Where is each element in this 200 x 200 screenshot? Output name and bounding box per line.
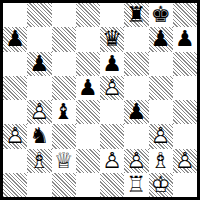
square-h3[interactable] xyxy=(173,124,197,148)
square-a8[interactable] xyxy=(3,3,27,27)
square-c8[interactable] xyxy=(52,3,76,27)
black-pawn[interactable]: ♟ xyxy=(27,52,51,76)
square-g2[interactable]: ♝♗ xyxy=(149,149,173,173)
square-h6[interactable] xyxy=(173,52,197,76)
square-d8[interactable] xyxy=(76,3,100,27)
chess-board-frame: ♜♚♟♛♟♟♟♟♟♟♙♟♙♝♟♟♙♞♟♙♝♗♛♕♟♙♟♙♝♗♟♙♜♖♚♔ xyxy=(0,0,200,200)
black-bishop[interactable]: ♝ xyxy=(52,100,76,124)
square-g1[interactable]: ♚♔ xyxy=(149,173,173,197)
square-f4[interactable]: ♟ xyxy=(124,100,148,124)
square-h5[interactable] xyxy=(173,76,197,100)
square-c3[interactable] xyxy=(52,124,76,148)
square-a6[interactable] xyxy=(3,52,27,76)
square-h4[interactable] xyxy=(173,100,197,124)
square-f5[interactable] xyxy=(124,76,148,100)
square-g6[interactable] xyxy=(149,52,173,76)
white-pawn[interactable]: ♟♙ xyxy=(100,76,124,100)
square-d5[interactable]: ♟ xyxy=(76,76,100,100)
black-king[interactable]: ♚ xyxy=(149,3,173,27)
white-king[interactable]: ♚♔ xyxy=(149,173,173,197)
chess-board: ♜♚♟♛♟♟♟♟♟♟♙♟♙♝♟♟♙♞♟♙♝♗♛♕♟♙♟♙♝♗♟♙♜♖♚♔ xyxy=(3,3,197,197)
square-a1[interactable] xyxy=(3,173,27,197)
square-c7[interactable] xyxy=(52,27,76,51)
square-d1[interactable] xyxy=(76,173,100,197)
square-e2[interactable]: ♟♙ xyxy=(100,149,124,173)
white-bishop[interactable]: ♝♗ xyxy=(27,149,51,173)
square-g3[interactable]: ♟♙ xyxy=(149,124,173,148)
square-c5[interactable] xyxy=(52,76,76,100)
square-e8[interactable] xyxy=(100,3,124,27)
black-pawn[interactable]: ♟ xyxy=(76,76,100,100)
square-e6[interactable]: ♟ xyxy=(100,52,124,76)
white-pawn[interactable]: ♟♙ xyxy=(27,100,51,124)
square-c4[interactable]: ♝ xyxy=(52,100,76,124)
square-a2[interactable] xyxy=(3,149,27,173)
square-h8[interactable] xyxy=(173,3,197,27)
white-pawn[interactable]: ♟♙ xyxy=(149,124,173,148)
square-e1[interactable] xyxy=(100,173,124,197)
square-f3[interactable] xyxy=(124,124,148,148)
black-pawn[interactable]: ♟ xyxy=(149,27,173,51)
white-pawn[interactable]: ♟♙ xyxy=(100,149,124,173)
square-b1[interactable] xyxy=(27,173,51,197)
square-a4[interactable] xyxy=(3,100,27,124)
square-d3[interactable] xyxy=(76,124,100,148)
square-f7[interactable] xyxy=(124,27,148,51)
square-c6[interactable] xyxy=(52,52,76,76)
white-pawn[interactable]: ♟♙ xyxy=(3,124,27,148)
black-pawn[interactable]: ♟ xyxy=(124,100,148,124)
square-a3[interactable]: ♟♙ xyxy=(3,124,27,148)
square-c2[interactable]: ♛♕ xyxy=(52,149,76,173)
square-h2[interactable]: ♟♙ xyxy=(173,149,197,173)
white-queen[interactable]: ♛♕ xyxy=(52,149,76,173)
square-b5[interactable] xyxy=(27,76,51,100)
black-pawn[interactable]: ♟ xyxy=(100,52,124,76)
square-f2[interactable]: ♟♙ xyxy=(124,149,148,173)
white-pawn[interactable]: ♟♙ xyxy=(124,149,148,173)
square-b4[interactable]: ♟♙ xyxy=(27,100,51,124)
square-d7[interactable] xyxy=(76,27,100,51)
square-d4[interactable] xyxy=(76,100,100,124)
square-b6[interactable]: ♟ xyxy=(27,52,51,76)
square-a5[interactable] xyxy=(3,76,27,100)
square-f1[interactable]: ♜♖ xyxy=(124,173,148,197)
square-d2[interactable] xyxy=(76,149,100,173)
square-h7[interactable]: ♟ xyxy=(173,27,197,51)
square-g8[interactable]: ♚ xyxy=(149,3,173,27)
square-e7[interactable]: ♛ xyxy=(100,27,124,51)
black-rook[interactable]: ♜ xyxy=(124,3,148,27)
white-bishop[interactable]: ♝♗ xyxy=(149,149,173,173)
square-a7[interactable]: ♟ xyxy=(3,27,27,51)
square-g7[interactable]: ♟ xyxy=(149,27,173,51)
square-e3[interactable] xyxy=(100,124,124,148)
square-d6[interactable] xyxy=(76,52,100,76)
square-e4[interactable] xyxy=(100,100,124,124)
square-f6[interactable] xyxy=(124,52,148,76)
square-c1[interactable] xyxy=(52,173,76,197)
white-rook[interactable]: ♜♖ xyxy=(124,173,148,197)
square-e5[interactable]: ♟♙ xyxy=(100,76,124,100)
square-b8[interactable] xyxy=(27,3,51,27)
black-pawn[interactable]: ♟ xyxy=(173,27,197,51)
square-b7[interactable] xyxy=(27,27,51,51)
black-knight[interactable]: ♞ xyxy=(27,124,51,148)
square-b3[interactable]: ♞ xyxy=(27,124,51,148)
white-pawn[interactable]: ♟♙ xyxy=(173,149,197,173)
square-b2[interactable]: ♝♗ xyxy=(27,149,51,173)
square-g4[interactable] xyxy=(149,100,173,124)
square-f8[interactable]: ♜ xyxy=(124,3,148,27)
square-g5[interactable] xyxy=(149,76,173,100)
black-pawn[interactable]: ♟ xyxy=(3,27,27,51)
square-h1[interactable] xyxy=(173,173,197,197)
black-queen[interactable]: ♛ xyxy=(100,27,124,51)
